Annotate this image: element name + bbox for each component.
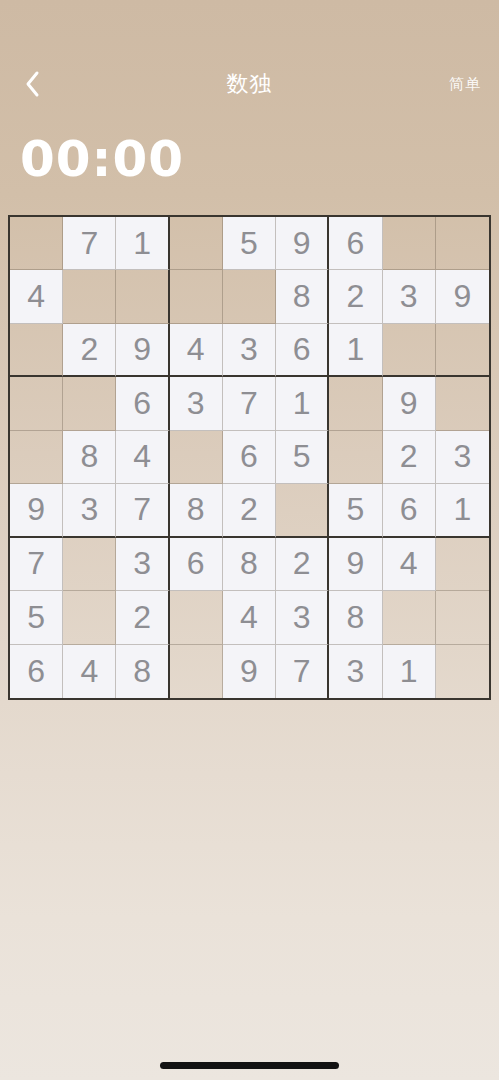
cell-r8c1[interactable]: 5 xyxy=(10,591,63,644)
cell-r6c6[interactable] xyxy=(276,484,329,537)
cell-r5c6[interactable]: 5 xyxy=(276,431,329,484)
cell-r4c4[interactable]: 3 xyxy=(170,377,223,430)
cell-r9c1[interactable]: 6 xyxy=(10,645,63,698)
cell-r9c7[interactable]: 3 xyxy=(329,645,382,698)
cell-r1c3[interactable]: 1 xyxy=(116,217,169,270)
cell-r3c4[interactable]: 4 xyxy=(170,324,223,377)
cell-r5c2[interactable]: 8 xyxy=(63,431,116,484)
cell-r4c8[interactable]: 9 xyxy=(383,377,436,430)
cell-r6c8[interactable]: 6 xyxy=(383,484,436,537)
cell-r5c7[interactable] xyxy=(329,431,382,484)
sudoku-board: 7159648239294361637198465239378256173682… xyxy=(8,215,491,700)
cell-r1c2[interactable]: 7 xyxy=(63,217,116,270)
difficulty-badge[interactable]: 简单 xyxy=(449,75,481,94)
cell-r2c4[interactable] xyxy=(170,270,223,323)
cell-r3c5[interactable]: 3 xyxy=(223,324,276,377)
nav-bar: 数独 简单 xyxy=(0,62,499,106)
cell-r2c8[interactable]: 3 xyxy=(383,270,436,323)
cell-r4c9[interactable] xyxy=(436,377,489,430)
cell-r3c8[interactable] xyxy=(383,324,436,377)
cell-r8c3[interactable]: 2 xyxy=(116,591,169,644)
cell-r4c1[interactable] xyxy=(10,377,63,430)
cell-r7c8[interactable]: 4 xyxy=(383,538,436,591)
cell-r6c7[interactable]: 5 xyxy=(329,484,382,537)
cell-r8c5[interactable]: 4 xyxy=(223,591,276,644)
cell-r8c7[interactable]: 8 xyxy=(329,591,382,644)
cell-r9c4[interactable] xyxy=(170,645,223,698)
cell-r5c8[interactable]: 2 xyxy=(383,431,436,484)
cell-r9c3[interactable]: 8 xyxy=(116,645,169,698)
cell-r2c9[interactable]: 9 xyxy=(436,270,489,323)
cell-r4c2[interactable] xyxy=(63,377,116,430)
cell-r6c3[interactable]: 7 xyxy=(116,484,169,537)
cell-r3c1[interactable] xyxy=(10,324,63,377)
cell-r6c9[interactable]: 1 xyxy=(436,484,489,537)
cell-r8c8[interactable] xyxy=(383,591,436,644)
cell-r7c1[interactable]: 7 xyxy=(10,538,63,591)
cell-r8c2[interactable] xyxy=(63,591,116,644)
cell-r3c2[interactable]: 2 xyxy=(63,324,116,377)
cell-r9c9[interactable] xyxy=(436,645,489,698)
cell-r1c4[interactable] xyxy=(170,217,223,270)
cell-r1c6[interactable]: 9 xyxy=(276,217,329,270)
cell-r4c7[interactable] xyxy=(329,377,382,430)
cell-r2c5[interactable] xyxy=(223,270,276,323)
cell-r1c9[interactable] xyxy=(436,217,489,270)
cell-r4c6[interactable]: 1 xyxy=(276,377,329,430)
cell-r7c2[interactable] xyxy=(63,538,116,591)
cell-r4c3[interactable]: 6 xyxy=(116,377,169,430)
cell-r1c1[interactable] xyxy=(10,217,63,270)
cell-r6c4[interactable]: 8 xyxy=(170,484,223,537)
cell-r5c5[interactable]: 6 xyxy=(223,431,276,484)
cell-r9c6[interactable]: 7 xyxy=(276,645,329,698)
cell-r2c7[interactable]: 2 xyxy=(329,270,382,323)
cell-r5c3[interactable]: 4 xyxy=(116,431,169,484)
cell-r5c4[interactable] xyxy=(170,431,223,484)
cell-r7c9[interactable] xyxy=(436,538,489,591)
cell-r1c8[interactable] xyxy=(383,217,436,270)
cell-r2c1[interactable]: 4 xyxy=(10,270,63,323)
cell-r2c6[interactable]: 8 xyxy=(276,270,329,323)
cell-r9c2[interactable]: 4 xyxy=(63,645,116,698)
cell-r5c9[interactable]: 3 xyxy=(436,431,489,484)
cell-r2c2[interactable] xyxy=(63,270,116,323)
cell-r8c9[interactable] xyxy=(436,591,489,644)
cell-r6c5[interactable]: 2 xyxy=(223,484,276,537)
cell-r8c6[interactable]: 3 xyxy=(276,591,329,644)
page-title: 数独 xyxy=(0,69,499,99)
cell-r7c4[interactable]: 6 xyxy=(170,538,223,591)
cell-r3c3[interactable]: 9 xyxy=(116,324,169,377)
cell-r7c3[interactable]: 3 xyxy=(116,538,169,591)
cell-r5c1[interactable] xyxy=(10,431,63,484)
cell-r3c9[interactable] xyxy=(436,324,489,377)
cell-r6c1[interactable]: 9 xyxy=(10,484,63,537)
cell-r9c5[interactable]: 9 xyxy=(223,645,276,698)
cell-r7c5[interactable]: 8 xyxy=(223,538,276,591)
cell-r3c6[interactable]: 6 xyxy=(276,324,329,377)
cell-r9c8[interactable]: 1 xyxy=(383,645,436,698)
cell-r7c7[interactable]: 9 xyxy=(329,538,382,591)
cell-r8c4[interactable] xyxy=(170,591,223,644)
cell-r1c5[interactable]: 5 xyxy=(223,217,276,270)
cell-r4c5[interactable]: 7 xyxy=(223,377,276,430)
timer: 00:00 xyxy=(20,130,184,188)
home-indicator xyxy=(160,1062,339,1069)
cell-r7c6[interactable]: 2 xyxy=(276,538,329,591)
cell-r6c2[interactable]: 3 xyxy=(63,484,116,537)
cell-r2c3[interactable] xyxy=(116,270,169,323)
cell-r1c7[interactable]: 6 xyxy=(329,217,382,270)
cell-r3c7[interactable]: 1 xyxy=(329,324,382,377)
